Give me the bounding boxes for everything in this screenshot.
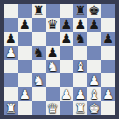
black-pawn-icon: ♟ xyxy=(102,32,114,45)
square-d8[interactable] xyxy=(46,4,60,18)
square-b7[interactable]: ♟ xyxy=(18,18,32,32)
square-h1[interactable] xyxy=(101,101,115,115)
square-d2[interactable] xyxy=(46,87,60,101)
square-f2[interactable]: ♟ xyxy=(73,87,87,101)
square-d5[interactable]: ♟ xyxy=(46,46,60,60)
square-a1[interactable]: ♜ xyxy=(4,101,18,115)
square-b6[interactable] xyxy=(18,32,32,46)
square-e1[interactable] xyxy=(60,101,74,115)
white-pawn-icon: ♟ xyxy=(19,87,31,100)
white-bishop-icon: ♝ xyxy=(88,87,100,100)
square-a4[interactable] xyxy=(4,60,18,74)
square-c6[interactable] xyxy=(32,32,46,46)
white-king-icon: ♚ xyxy=(88,101,100,114)
white-pawn-icon: ♟ xyxy=(5,46,17,59)
black-rook-icon: ♜ xyxy=(33,4,45,17)
square-h7[interactable] xyxy=(101,18,115,32)
square-d3[interactable] xyxy=(46,73,60,87)
square-b5[interactable] xyxy=(18,46,32,60)
white-pawn-icon: ♟ xyxy=(88,73,100,86)
square-h5[interactable] xyxy=(101,46,115,60)
square-h2[interactable]: ♟ xyxy=(101,87,115,101)
square-g4[interactable] xyxy=(87,60,101,74)
square-e5[interactable] xyxy=(60,46,74,60)
square-b4[interactable] xyxy=(18,60,32,74)
square-e2[interactable]: ♟ xyxy=(60,87,74,101)
black-pawn-icon: ♟ xyxy=(74,18,86,31)
white-bishop-icon: ♝ xyxy=(74,60,86,73)
square-f5[interactable] xyxy=(73,46,87,60)
black-pawn-icon: ♟ xyxy=(61,32,73,45)
white-knight-icon: ♞ xyxy=(33,73,45,86)
white-pawn-icon: ♟ xyxy=(102,87,114,100)
square-b2[interactable]: ♟ xyxy=(18,87,32,101)
square-a3[interactable] xyxy=(4,73,18,87)
square-h8[interactable] xyxy=(101,4,115,18)
black-king-icon: ♚ xyxy=(88,4,100,17)
square-g1[interactable]: ♚ xyxy=(87,101,101,115)
square-c5[interactable]: ♞ xyxy=(32,46,46,60)
white-pawn-icon: ♟ xyxy=(61,87,73,100)
square-b3[interactable] xyxy=(18,73,32,87)
black-knight-icon: ♞ xyxy=(33,46,45,59)
black-pawn-icon: ♟ xyxy=(47,46,59,59)
square-e6[interactable]: ♟ xyxy=(60,32,74,46)
white-rook-icon: ♜ xyxy=(5,101,17,114)
square-b8[interactable] xyxy=(18,4,32,18)
square-e3[interactable] xyxy=(60,73,74,87)
white-knight-icon: ♞ xyxy=(47,60,59,73)
square-g2[interactable]: ♝ xyxy=(87,87,101,101)
square-a7[interactable] xyxy=(4,18,18,32)
square-g7[interactable]: ♟ xyxy=(87,18,101,32)
square-g8[interactable]: ♚ xyxy=(87,4,101,18)
square-d6[interactable] xyxy=(46,32,60,46)
square-c4[interactable] xyxy=(32,60,46,74)
square-f6[interactable]: ♞ xyxy=(73,32,87,46)
black-pawn-icon: ♟ xyxy=(19,18,31,31)
square-f1[interactable]: ♜ xyxy=(73,101,87,115)
square-f3[interactable] xyxy=(73,73,87,87)
square-e4[interactable] xyxy=(60,60,74,74)
square-g5[interactable] xyxy=(87,46,101,60)
black-queen-icon: ♛ xyxy=(47,18,59,31)
square-c1[interactable] xyxy=(32,101,46,115)
square-a8[interactable] xyxy=(4,4,18,18)
chess-board-grid: ♜♜♚♟♛♟♟♟♟♟♞♟♟♞♟♞♝♞♟♟♟♟♝♟♜♛♜♚ xyxy=(4,4,115,115)
black-knight-icon: ♞ xyxy=(74,32,86,45)
square-h6[interactable]: ♟ xyxy=(101,32,115,46)
black-pawn-icon: ♟ xyxy=(88,18,100,31)
black-pawn-icon: ♟ xyxy=(5,32,17,45)
black-pawn-icon: ♟ xyxy=(61,18,73,31)
square-f7[interactable]: ♟ xyxy=(73,18,87,32)
square-d4[interactable]: ♞ xyxy=(46,60,60,74)
square-e8[interactable] xyxy=(60,4,74,18)
square-e7[interactable]: ♟ xyxy=(60,18,74,32)
square-a2[interactable] xyxy=(4,87,18,101)
square-d7[interactable]: ♛ xyxy=(46,18,60,32)
black-rook-icon: ♜ xyxy=(74,4,86,17)
square-b1[interactable] xyxy=(18,101,32,115)
square-f8[interactable]: ♜ xyxy=(73,4,87,18)
square-d1[interactable]: ♛ xyxy=(46,101,60,115)
chess-board: ♜♜♚♟♛♟♟♟♟♟♞♟♟♞♟♞♝♞♟♟♟♟♝♟♜♛♜♚ xyxy=(0,0,119,119)
square-h3[interactable] xyxy=(101,73,115,87)
square-c2[interactable] xyxy=(32,87,46,101)
white-rook-icon: ♜ xyxy=(74,101,86,114)
white-pawn-icon: ♟ xyxy=(74,87,86,100)
square-c7[interactable] xyxy=(32,18,46,32)
square-f4[interactable]: ♝ xyxy=(73,60,87,74)
square-h4[interactable] xyxy=(101,60,115,74)
square-g3[interactable]: ♟ xyxy=(87,73,101,87)
white-queen-icon: ♛ xyxy=(47,101,59,114)
square-c8[interactable]: ♜ xyxy=(32,4,46,18)
square-g6[interactable] xyxy=(87,32,101,46)
square-a5[interactable]: ♟ xyxy=(4,46,18,60)
square-c3[interactable]: ♞ xyxy=(32,73,46,87)
square-a6[interactable]: ♟ xyxy=(4,32,18,46)
